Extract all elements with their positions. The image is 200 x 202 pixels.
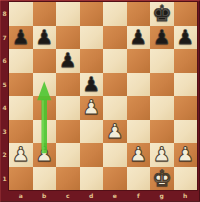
- square-f6[interactable]: [127, 49, 151, 73]
- black-pawn[interactable]: ♟: [153, 26, 171, 50]
- square-e8[interactable]: [103, 2, 127, 26]
- square-d7[interactable]: [80, 26, 104, 50]
- square-e2[interactable]: [103, 143, 127, 167]
- square-f5[interactable]: [127, 73, 151, 97]
- square-d4[interactable]: ♟: [80, 96, 104, 120]
- square-a4[interactable]: [9, 96, 33, 120]
- white-pawn[interactable]: ♟: [106, 120, 124, 144]
- square-g6[interactable]: [150, 49, 174, 73]
- square-f2[interactable]: ♟: [127, 143, 151, 167]
- square-c4[interactable]: [56, 96, 80, 120]
- square-e7[interactable]: [103, 26, 127, 50]
- square-a1[interactable]: [9, 167, 33, 191]
- white-pawn[interactable]: ♟: [35, 143, 53, 167]
- square-h8[interactable]: [174, 2, 198, 26]
- square-e4[interactable]: [103, 96, 127, 120]
- black-king[interactable]: ♚: [152, 2, 172, 26]
- square-h2[interactable]: ♟: [174, 143, 198, 167]
- rank-label-8: 8: [0, 2, 9, 26]
- square-g2[interactable]: ♟: [150, 143, 174, 167]
- black-pawn[interactable]: ♟: [59, 49, 77, 73]
- square-g7[interactable]: ♟: [150, 26, 174, 50]
- white-pawn[interactable]: ♟: [153, 143, 171, 167]
- square-e3[interactable]: ♟: [103, 120, 127, 144]
- square-e5[interactable]: [103, 73, 127, 97]
- square-c6[interactable]: ♟: [56, 49, 80, 73]
- square-b5[interactable]: [33, 73, 57, 97]
- square-f8[interactable]: [127, 2, 151, 26]
- chess-board: ♚♟♟♟♟♟♟♟♟♟♟♟♟♟♟♚: [9, 2, 197, 190]
- square-h5[interactable]: [174, 73, 198, 97]
- square-g4[interactable]: [150, 96, 174, 120]
- file-label-e: e: [103, 190, 127, 202]
- square-d8[interactable]: [80, 2, 104, 26]
- file-label-a: a: [9, 190, 33, 202]
- file-label-g: g: [150, 190, 174, 202]
- rank-label-3: 3: [0, 120, 9, 144]
- file-label-h: h: [174, 190, 198, 202]
- black-pawn[interactable]: ♟: [82, 73, 100, 97]
- square-a7[interactable]: ♟: [9, 26, 33, 50]
- white-king[interactable]: ♚: [152, 167, 172, 191]
- black-pawn[interactable]: ♟: [12, 26, 30, 50]
- square-d6[interactable]: [80, 49, 104, 73]
- square-g8[interactable]: ♚: [150, 2, 174, 26]
- square-b3[interactable]: [33, 120, 57, 144]
- square-h1[interactable]: [174, 167, 198, 191]
- square-a3[interactable]: [9, 120, 33, 144]
- square-c1[interactable]: [56, 167, 80, 191]
- square-h4[interactable]: [174, 96, 198, 120]
- square-h3[interactable]: [174, 120, 198, 144]
- square-c5[interactable]: [56, 73, 80, 97]
- square-d1[interactable]: [80, 167, 104, 191]
- black-pawn[interactable]: ♟: [176, 26, 194, 50]
- square-e6[interactable]: [103, 49, 127, 73]
- square-b8[interactable]: [33, 2, 57, 26]
- square-g1[interactable]: ♚: [150, 167, 174, 191]
- square-a2[interactable]: ♟: [9, 143, 33, 167]
- square-b7[interactable]: ♟: [33, 26, 57, 50]
- square-b2[interactable]: ♟: [33, 143, 57, 167]
- square-e1[interactable]: [103, 167, 127, 191]
- square-c8[interactable]: [56, 2, 80, 26]
- square-h6[interactable]: [174, 49, 198, 73]
- white-pawn[interactable]: ♟: [176, 143, 194, 167]
- rank-label-2: 2: [0, 143, 9, 167]
- square-f1[interactable]: [127, 167, 151, 191]
- square-c2[interactable]: [56, 143, 80, 167]
- file-label-c: c: [56, 190, 80, 202]
- square-h7[interactable]: ♟: [174, 26, 198, 50]
- square-f4[interactable]: [127, 96, 151, 120]
- white-pawn[interactable]: ♟: [12, 143, 30, 167]
- white-pawn[interactable]: ♟: [82, 96, 100, 120]
- file-label-b: b: [33, 190, 57, 202]
- square-d2[interactable]: [80, 143, 104, 167]
- square-b6[interactable]: [33, 49, 57, 73]
- square-a8[interactable]: [9, 2, 33, 26]
- square-g3[interactable]: [150, 120, 174, 144]
- black-pawn[interactable]: ♟: [129, 26, 147, 50]
- square-c7[interactable]: [56, 26, 80, 50]
- square-g5[interactable]: [150, 73, 174, 97]
- rank-label-6: 6: [0, 49, 9, 73]
- rank-label-4: 4: [0, 96, 9, 120]
- square-d3[interactable]: [80, 120, 104, 144]
- square-a6[interactable]: [9, 49, 33, 73]
- file-label-f: f: [127, 190, 151, 202]
- chess-diagram: ♚♟♟♟♟♟♟♟♟♟♟♟♟♟♟♚ 87654321abcdefgh: [0, 0, 200, 202]
- square-c3[interactable]: [56, 120, 80, 144]
- square-d5[interactable]: ♟: [80, 73, 104, 97]
- white-pawn[interactable]: ♟: [129, 143, 147, 167]
- rank-label-5: 5: [0, 73, 9, 97]
- square-a5[interactable]: [9, 73, 33, 97]
- rank-label-1: 1: [0, 167, 9, 191]
- black-pawn[interactable]: ♟: [35, 26, 53, 50]
- square-b4[interactable]: [33, 96, 57, 120]
- square-f3[interactable]: [127, 120, 151, 144]
- rank-label-7: 7: [0, 26, 9, 50]
- square-f7[interactable]: ♟: [127, 26, 151, 50]
- file-label-d: d: [80, 190, 104, 202]
- square-b1[interactable]: [33, 167, 57, 191]
